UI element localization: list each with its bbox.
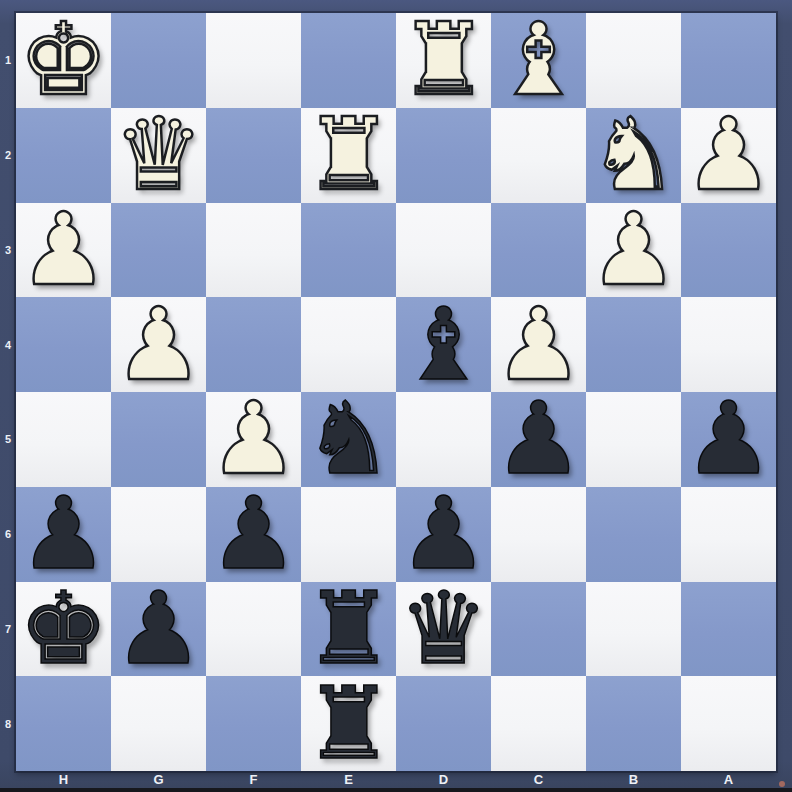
square-f8[interactable] (206, 676, 301, 771)
piece-black-bishop[interactable]: ♝ (399, 298, 489, 392)
piece-white-rook[interactable]: ♜ (304, 108, 394, 202)
rank-label-4: 4 (0, 297, 16, 392)
square-a2[interactable]: ♟ (681, 108, 776, 203)
piece-white-king[interactable]: ♚ (19, 13, 109, 107)
square-g6[interactable] (111, 487, 206, 582)
square-h5[interactable] (16, 392, 111, 487)
piece-white-pawn[interactable]: ♟ (19, 203, 109, 297)
square-b1[interactable] (586, 13, 681, 108)
rank-label-2: 2 (0, 108, 16, 203)
square-e3[interactable] (301, 203, 396, 298)
piece-white-pawn[interactable]: ♟ (684, 108, 774, 202)
piece-black-pawn[interactable]: ♟ (19, 487, 109, 581)
piece-white-rook[interactable]: ♜ (399, 13, 489, 107)
piece-black-pawn[interactable]: ♟ (399, 487, 489, 581)
square-e2[interactable]: ♜ (301, 108, 396, 203)
piece-black-pawn[interactable]: ♟ (684, 392, 774, 486)
square-e7[interactable]: ♜ (301, 582, 396, 677)
piece-black-rook[interactable]: ♜ (304, 677, 394, 771)
square-b8[interactable] (586, 676, 681, 771)
file-label-e: E (301, 771, 396, 788)
square-h4[interactable] (16, 297, 111, 392)
square-h1[interactable]: ♚ (16, 13, 111, 108)
square-h3[interactable]: ♟ (16, 203, 111, 298)
square-e4[interactable] (301, 297, 396, 392)
square-c7[interactable] (491, 582, 586, 677)
piece-black-rook[interactable]: ♜ (304, 582, 394, 676)
rank-label-3: 3 (0, 203, 16, 298)
file-labels: HGFEDCBA (16, 771, 776, 788)
square-e1[interactable] (301, 13, 396, 108)
piece-white-pawn[interactable]: ♟ (209, 392, 299, 486)
file-label-g: G (111, 771, 206, 788)
square-c5[interactable]: ♟ (491, 392, 586, 487)
rank-label-1: 1 (0, 13, 16, 108)
square-c6[interactable] (491, 487, 586, 582)
file-label-a: A (681, 771, 776, 788)
file-label-c: C (491, 771, 586, 788)
file-label-h: H (16, 771, 111, 788)
square-a4[interactable] (681, 297, 776, 392)
square-g3[interactable] (111, 203, 206, 298)
square-g2[interactable]: ♛ (111, 108, 206, 203)
rank-label-7: 7 (0, 582, 16, 677)
piece-black-pawn[interactable]: ♟ (494, 392, 584, 486)
square-d2[interactable] (396, 108, 491, 203)
square-d1[interactable]: ♜ (396, 13, 491, 108)
square-d6[interactable]: ♟ (396, 487, 491, 582)
corner-dot (779, 781, 785, 787)
piece-white-queen[interactable]: ♛ (114, 108, 204, 202)
rank-label-8: 8 (0, 676, 16, 771)
file-label-f: F (206, 771, 301, 788)
square-c8[interactable] (491, 676, 586, 771)
square-d4[interactable]: ♝ (396, 297, 491, 392)
square-f2[interactable] (206, 108, 301, 203)
square-c2[interactable] (491, 108, 586, 203)
square-b4[interactable] (586, 297, 681, 392)
piece-white-pawn[interactable]: ♟ (589, 203, 679, 297)
square-b5[interactable] (586, 392, 681, 487)
square-g4[interactable]: ♟ (111, 297, 206, 392)
square-a8[interactable] (681, 676, 776, 771)
piece-white-pawn[interactable]: ♟ (494, 298, 584, 392)
rank-labels: 12345678 (0, 13, 16, 771)
square-e6[interactable] (301, 487, 396, 582)
square-f3[interactable] (206, 203, 301, 298)
square-a1[interactable] (681, 13, 776, 108)
file-label-b: B (586, 771, 681, 788)
square-g8[interactable] (111, 676, 206, 771)
square-g1[interactable] (111, 13, 206, 108)
square-b7[interactable] (586, 582, 681, 677)
square-c3[interactable] (491, 203, 586, 298)
square-c1[interactable]: ♝ (491, 13, 586, 108)
square-f5[interactable]: ♟ (206, 392, 301, 487)
piece-black-queen[interactable]: ♛ (399, 582, 489, 676)
chessboard-frame: 12345678 ♚♜♝♛♜♞♟♟♟♟♝♟♟♞♟♟♟♟♟♚♟♜♛♜ HGFEDC… (0, 0, 792, 792)
piece-white-knight[interactable]: ♞ (589, 108, 679, 202)
square-a7[interactable] (681, 582, 776, 677)
square-f6[interactable]: ♟ (206, 487, 301, 582)
square-h7[interactable]: ♚ (16, 582, 111, 677)
square-h6[interactable]: ♟ (16, 487, 111, 582)
square-d5[interactable] (396, 392, 491, 487)
square-f1[interactable] (206, 13, 301, 108)
square-d7[interactable]: ♛ (396, 582, 491, 677)
piece-white-bishop[interactable]: ♝ (494, 13, 584, 107)
square-f4[interactable] (206, 297, 301, 392)
piece-black-pawn[interactable]: ♟ (114, 582, 204, 676)
square-a5[interactable]: ♟ (681, 392, 776, 487)
piece-white-pawn[interactable]: ♟ (114, 298, 204, 392)
square-b6[interactable] (586, 487, 681, 582)
chess-board: ♚♜♝♛♜♞♟♟♟♟♝♟♟♞♟♟♟♟♟♚♟♜♛♜ (16, 13, 776, 771)
square-h8[interactable] (16, 676, 111, 771)
square-b3[interactable]: ♟ (586, 203, 681, 298)
rank-label-5: 5 (0, 392, 16, 487)
square-f7[interactable] (206, 582, 301, 677)
piece-black-pawn[interactable]: ♟ (209, 487, 299, 581)
square-c4[interactable]: ♟ (491, 297, 586, 392)
square-h2[interactable] (16, 108, 111, 203)
square-b2[interactable]: ♞ (586, 108, 681, 203)
square-e8[interactable]: ♜ (301, 676, 396, 771)
piece-black-knight[interactable]: ♞ (304, 392, 394, 486)
rank-label-6: 6 (0, 487, 16, 582)
square-e5[interactable]: ♞ (301, 392, 396, 487)
file-label-d: D (396, 771, 491, 788)
square-a6[interactable] (681, 487, 776, 582)
square-d8[interactable] (396, 676, 491, 771)
square-g5[interactable] (111, 392, 206, 487)
square-g7[interactable]: ♟ (111, 582, 206, 677)
square-a3[interactable] (681, 203, 776, 298)
bottom-edge-strip (0, 788, 792, 792)
square-d3[interactable] (396, 203, 491, 298)
piece-black-king[interactable]: ♚ (19, 582, 109, 676)
